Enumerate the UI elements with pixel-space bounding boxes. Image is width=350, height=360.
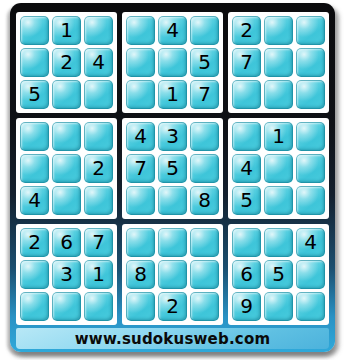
given-digit: 5: [28, 84, 41, 104]
sudoku-grid: 1245451727244375814526731824659: [16, 12, 329, 325]
cell-r3c8[interactable]: [264, 80, 293, 109]
box-3-2: 82: [122, 224, 223, 325]
cell-r5c3[interactable]: 2: [84, 154, 113, 183]
cell-r3c5[interactable]: 1: [158, 80, 187, 109]
cell-r5c1[interactable]: [20, 154, 49, 183]
given-digit: 2: [92, 158, 105, 178]
cell-r6c8[interactable]: [264, 186, 293, 215]
cell-r7c3[interactable]: 7: [84, 228, 113, 257]
given-digit: 6: [60, 232, 73, 252]
cell-r7c8[interactable]: [264, 228, 293, 257]
cell-r7c2[interactable]: 6: [52, 228, 81, 257]
cell-r8c6[interactable]: [190, 260, 219, 289]
footer-band: www.sudokusweb.com: [16, 328, 329, 349]
cell-r6c5[interactable]: [158, 186, 187, 215]
cell-r8c9[interactable]: [296, 260, 325, 289]
cell-r9c1[interactable]: [20, 292, 49, 321]
cell-r6c4[interactable]: [126, 186, 155, 215]
given-digit: 4: [28, 190, 41, 210]
given-digit: 1: [166, 84, 179, 104]
cell-r5c9[interactable]: [296, 154, 325, 183]
given-digit: 7: [134, 158, 147, 178]
cell-r5c6[interactable]: [190, 154, 219, 183]
given-digit: 1: [60, 20, 73, 40]
cell-r4c3[interactable]: [84, 122, 113, 151]
box-1-1: 1245: [16, 12, 117, 113]
cell-r6c2[interactable]: [52, 186, 81, 215]
cell-r1c9[interactable]: [296, 16, 325, 45]
cell-r6c7[interactable]: 5: [232, 186, 261, 215]
given-digit: 7: [240, 52, 253, 72]
given-digit: 5: [198, 52, 211, 72]
cell-r3c4[interactable]: [126, 80, 155, 109]
cell-r5c7[interactable]: 4: [232, 154, 261, 183]
cell-r7c6[interactable]: [190, 228, 219, 257]
given-digit: 5: [272, 264, 285, 284]
given-digit: 7: [198, 84, 211, 104]
given-digit: 6: [240, 264, 253, 284]
cell-r4c5[interactable]: 3: [158, 122, 187, 151]
cell-r8c4[interactable]: 8: [126, 260, 155, 289]
cell-r2c2[interactable]: 2: [52, 48, 81, 77]
cell-r1c7[interactable]: 2: [232, 16, 261, 45]
box-2-2: 43758: [122, 118, 223, 219]
given-digit: 5: [240, 190, 253, 210]
cell-r7c9[interactable]: 4: [296, 228, 325, 257]
cell-r4c4[interactable]: 4: [126, 122, 155, 151]
cell-r2c5[interactable]: [158, 48, 187, 77]
given-digit: 8: [198, 190, 211, 210]
cell-r3c2[interactable]: [52, 80, 81, 109]
cell-r3c9[interactable]: [296, 80, 325, 109]
box-2-1: 24: [16, 118, 117, 219]
cell-r1c6[interactable]: [190, 16, 219, 45]
cell-r4c8[interactable]: 1: [264, 122, 293, 151]
cell-r7c7[interactable]: [232, 228, 261, 257]
cell-r9c5[interactable]: 2: [158, 292, 187, 321]
cell-r7c5[interactable]: [158, 228, 187, 257]
cell-r7c4[interactable]: [126, 228, 155, 257]
cell-r3c3[interactable]: [84, 80, 113, 109]
given-digit: 4: [166, 20, 179, 40]
given-digit: 2: [28, 232, 41, 252]
cell-r6c1[interactable]: 4: [20, 186, 49, 215]
cell-r2c6[interactable]: 5: [190, 48, 219, 77]
box-3-1: 26731: [16, 224, 117, 325]
box-1-2: 4517: [122, 12, 223, 113]
cell-r2c9[interactable]: [296, 48, 325, 77]
cell-r4c2[interactable]: [52, 122, 81, 151]
given-digit: 1: [92, 264, 105, 284]
cell-r1c4[interactable]: [126, 16, 155, 45]
given-digit: 2: [240, 20, 253, 40]
cell-r4c9[interactable]: [296, 122, 325, 151]
given-digit: 1: [272, 126, 285, 146]
sudoku-board: 1245451727244375814526731824659 www.sudo…: [10, 3, 335, 352]
cell-r5c8[interactable]: [264, 154, 293, 183]
cell-r2c4[interactable]: [126, 48, 155, 77]
cell-r1c2[interactable]: 1: [52, 16, 81, 45]
website-url: www.sudokusweb.com: [75, 330, 270, 348]
cell-r9c4[interactable]: [126, 292, 155, 321]
cell-r4c6[interactable]: [190, 122, 219, 151]
given-digit: 3: [60, 264, 73, 284]
given-digit: 2: [166, 296, 179, 316]
cell-r6c6[interactable]: 8: [190, 186, 219, 215]
cell-r8c3[interactable]: 1: [84, 260, 113, 289]
given-digit: 8: [134, 264, 147, 284]
given-digit: 4: [304, 232, 317, 252]
cell-r3c7[interactable]: [232, 80, 261, 109]
cell-r2c8[interactable]: [264, 48, 293, 77]
box-2-3: 145: [228, 118, 329, 219]
cell-r3c1[interactable]: 5: [20, 80, 49, 109]
cell-r9c9[interactable]: [296, 292, 325, 321]
cell-r5c5[interactable]: 5: [158, 154, 187, 183]
cell-r8c5[interactable]: [158, 260, 187, 289]
box-3-3: 4659: [228, 224, 329, 325]
given-digit: 7: [92, 232, 105, 252]
cell-r9c2[interactable]: [52, 292, 81, 321]
cell-r9c6[interactable]: [190, 292, 219, 321]
given-digit: 9: [240, 296, 253, 316]
cell-r9c8[interactable]: [264, 292, 293, 321]
cell-r1c3[interactable]: [84, 16, 113, 45]
cell-r2c7[interactable]: 7: [232, 48, 261, 77]
cell-r2c1[interactable]: [20, 48, 49, 77]
cell-r8c8[interactable]: 5: [264, 260, 293, 289]
given-digit: 4: [134, 126, 147, 146]
cell-r8c1[interactable]: [20, 260, 49, 289]
cell-r1c5[interactable]: 4: [158, 16, 187, 45]
given-digit: 5: [166, 158, 179, 178]
given-digit: 2: [60, 52, 73, 72]
cell-r3c6[interactable]: 7: [190, 80, 219, 109]
cell-r6c9[interactable]: [296, 186, 325, 215]
cell-r8c7[interactable]: 6: [232, 260, 261, 289]
cell-r8c2[interactable]: 3: [52, 260, 81, 289]
cell-r1c8[interactable]: [264, 16, 293, 45]
cell-r6c3[interactable]: [84, 186, 113, 215]
cell-r1c1[interactable]: [20, 16, 49, 45]
cell-r7c1[interactable]: 2: [20, 228, 49, 257]
cell-r9c3[interactable]: [84, 292, 113, 321]
cell-r2c3[interactable]: 4: [84, 48, 113, 77]
cell-r9c7[interactable]: 9: [232, 292, 261, 321]
box-1-3: 27: [228, 12, 329, 113]
cell-r4c7[interactable]: [232, 122, 261, 151]
given-digit: 4: [92, 52, 105, 72]
cell-r4c1[interactable]: [20, 122, 49, 151]
cell-r5c4[interactable]: 7: [126, 154, 155, 183]
cell-r5c2[interactable]: [52, 154, 81, 183]
given-digit: 4: [240, 158, 253, 178]
given-digit: 3: [166, 126, 179, 146]
